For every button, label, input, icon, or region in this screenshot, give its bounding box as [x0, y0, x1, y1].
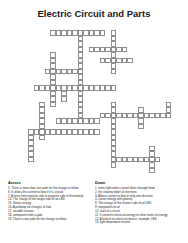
grid-cell[interactable] [155, 157, 161, 163]
grid-cell[interactable] [111, 162, 117, 168]
clue-item: 13. light dependent resistor [95, 220, 188, 224]
grid-cell[interactable] [149, 168, 155, 174]
puzzle-title: Electric Circuit and Parts [0, 8, 188, 19]
across-clues-column: Across 5. There is more than one path fo… [8, 181, 94, 243]
grid-cell[interactable] [122, 47, 128, 53]
page: { "title": "Electric Circuit and Parts",… [0, 0, 188, 243]
down-heading: Down [95, 181, 188, 185]
grid-cell[interactable] [111, 85, 117, 91]
grid-cell[interactable] [94, 129, 100, 135]
grid-cell[interactable] [100, 30, 106, 36]
grid-cell[interactable] [127, 58, 133, 64]
grid-cell[interactable] [61, 96, 67, 102]
down-clue-list: 1. emits light when current flows throug… [95, 186, 188, 224]
across-heading: Across [8, 181, 103, 185]
grid-cell[interactable] [138, 124, 144, 130]
grid-cell[interactable] [28, 157, 34, 163]
grid-cell[interactable] [50, 102, 56, 108]
crossword-grid [28, 30, 172, 174]
grid-cell[interactable] [111, 69, 117, 75]
down-clues-column: Down 1. emits light when current flows t… [95, 181, 185, 243]
clue-item: 19. There is one path for the charge to … [8, 217, 103, 221]
across-clue-list: 5. There is more than one path for the c… [8, 186, 103, 220]
grid-cell[interactable] [94, 118, 100, 124]
grid-cell[interactable] [166, 113, 172, 119]
grid-cell[interactable] [39, 135, 45, 141]
